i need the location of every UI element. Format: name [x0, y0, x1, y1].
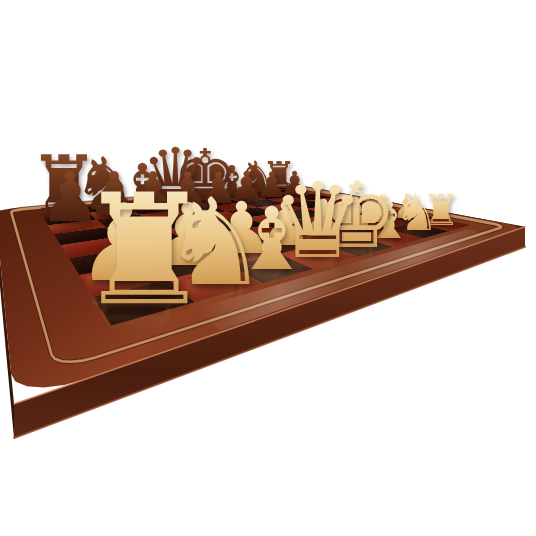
- chess-set-photo: ♜♜♞♞♟♟♝♝♟♟♚♚♟♟♛♛♟♟♝♝♟♟♞♞♟♟♜♜♟♟♟♟♟♟♟♟♜♜♟♟…: [0, 0, 536, 536]
